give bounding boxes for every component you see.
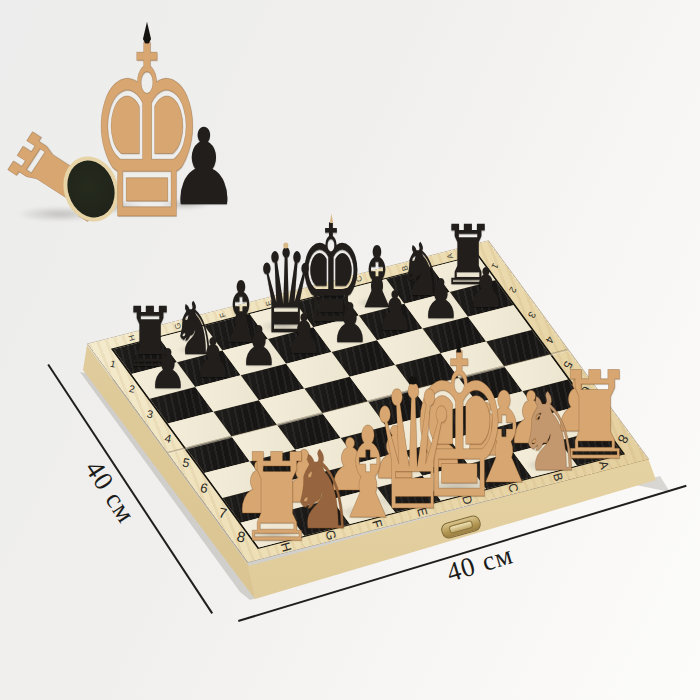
piece-white-rook-h8: ♜ — [238, 438, 317, 560]
ball-finial — [409, 376, 417, 384]
piece-black-pawn-g2: ♟ — [194, 331, 232, 386]
piece-black-pawn-f2: ♟ — [240, 319, 278, 374]
piece-black-pawn-d2: ♟ — [330, 296, 368, 351]
loose-black-pawn: ♟ — [169, 115, 239, 221]
piece-black-pawn-h2: ♟ — [149, 343, 187, 398]
product-photo-stage: 40 см 40 см ♜♞♝♛♚♝♞♜♟♟♟♟♟♟♟♟♟♟♟♟♟♟♟♟♜♞♝♛… — [0, 0, 700, 700]
piece-black-pawn-e2: ♟ — [285, 307, 323, 362]
piece-black-pawn-a2: ♟ — [467, 261, 505, 316]
